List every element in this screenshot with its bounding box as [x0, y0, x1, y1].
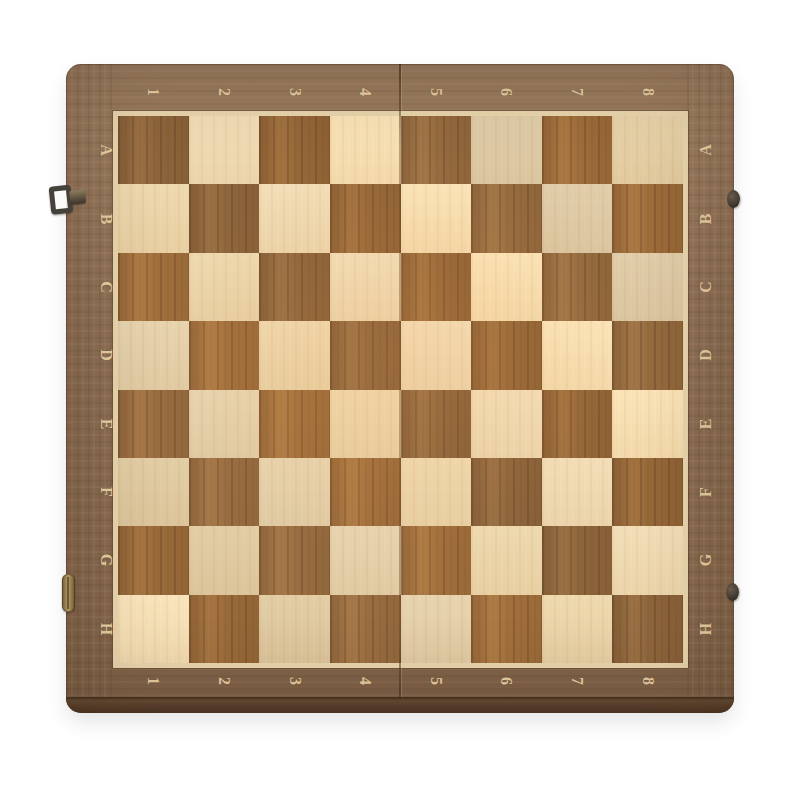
coord-bottom-5: 5 [428, 677, 444, 685]
square-E8 [612, 390, 683, 458]
square-F4 [330, 458, 401, 526]
square-H4 [330, 595, 401, 663]
square-E6 [471, 390, 542, 458]
square-B4 [330, 184, 401, 252]
coord-left-A: A [98, 144, 114, 156]
square-H8 [612, 595, 683, 663]
square-E1 [118, 390, 189, 458]
square-H3 [259, 595, 330, 663]
brass-hinge-icon [62, 574, 75, 612]
square-F2 [189, 458, 260, 526]
front-bevel-edge [66, 697, 734, 713]
coord-bottom-2: 2 [216, 677, 232, 685]
square-B5 [401, 184, 472, 252]
coord-top-1: 1 [145, 88, 161, 96]
square-G3 [259, 526, 330, 594]
coord-top-6: 6 [498, 88, 514, 96]
square-C4 [330, 253, 401, 321]
square-A2 [189, 116, 260, 184]
chessboard: 12345678 12345678 ABCDEFGH ABCDEFGH [66, 64, 734, 713]
square-B2 [189, 184, 260, 252]
coord-bottom-8: 8 [640, 677, 656, 685]
fold-seam-highlight [401, 66, 402, 711]
coord-right-G: G [698, 554, 714, 566]
square-C6 [471, 253, 542, 321]
rank-labels-right: ABCDEFGH [694, 116, 718, 663]
square-F6 [471, 458, 542, 526]
coord-right-C: C [698, 281, 714, 293]
coord-right-H: H [698, 623, 714, 635]
square-A7 [542, 116, 613, 184]
square-A3 [259, 116, 330, 184]
coord-bottom-3: 3 [287, 677, 303, 685]
square-B6 [471, 184, 542, 252]
coord-top-7: 7 [569, 88, 585, 96]
square-D7 [542, 321, 613, 389]
square-D3 [259, 321, 330, 389]
square-B3 [259, 184, 330, 252]
square-H6 [471, 595, 542, 663]
square-F1 [118, 458, 189, 526]
square-E7 [542, 390, 613, 458]
coord-top-3: 3 [287, 88, 303, 96]
coord-left-F: F [98, 487, 114, 497]
square-H1 [118, 595, 189, 663]
square-D6 [471, 321, 542, 389]
coord-top-8: 8 [640, 88, 656, 96]
square-G2 [189, 526, 260, 594]
latch-arm [69, 189, 86, 205]
coord-left-H: H [98, 623, 114, 635]
square-C5 [401, 253, 472, 321]
square-C7 [542, 253, 613, 321]
coord-left-E: E [98, 418, 114, 429]
square-F3 [259, 458, 330, 526]
square-E5 [401, 390, 472, 458]
coord-bottom-1: 1 [145, 677, 161, 685]
square-D8 [612, 321, 683, 389]
square-G1 [118, 526, 189, 594]
square-B7 [542, 184, 613, 252]
square-C3 [259, 253, 330, 321]
square-F7 [542, 458, 613, 526]
square-C2 [189, 253, 260, 321]
coord-right-B: B [698, 213, 714, 224]
square-G8 [612, 526, 683, 594]
coord-top-4: 4 [357, 88, 373, 96]
coord-bottom-7: 7 [569, 677, 585, 685]
square-E4 [330, 390, 401, 458]
coord-right-D: D [698, 350, 714, 362]
coord-left-C: C [98, 281, 114, 293]
coord-top-5: 5 [428, 88, 444, 96]
coord-left-D: D [98, 350, 114, 362]
square-A8 [612, 116, 683, 184]
product-photo: 12345678 12345678 ABCDEFGH ABCDEFGH [0, 0, 800, 800]
square-H7 [542, 595, 613, 663]
square-E2 [189, 390, 260, 458]
coord-bottom-6: 6 [498, 677, 514, 685]
hinge-pin-bottom-icon [726, 583, 739, 601]
square-D2 [189, 321, 260, 389]
square-A1 [118, 116, 189, 184]
square-A6 [471, 116, 542, 184]
coord-top-2: 2 [216, 88, 232, 96]
square-D1 [118, 321, 189, 389]
square-G5 [401, 526, 472, 594]
frame-right [687, 64, 734, 697]
square-B1 [118, 184, 189, 252]
coord-left-B: B [98, 213, 114, 224]
square-A4 [330, 116, 401, 184]
square-D5 [401, 321, 472, 389]
square-H2 [189, 595, 260, 663]
latch-clasp-icon [48, 181, 87, 219]
square-A5 [401, 116, 472, 184]
coord-left-G: G [98, 554, 114, 566]
coord-right-F: F [698, 487, 714, 497]
square-G4 [330, 526, 401, 594]
square-G6 [471, 526, 542, 594]
square-G7 [542, 526, 613, 594]
square-D4 [330, 321, 401, 389]
square-E3 [259, 390, 330, 458]
square-B8 [612, 184, 683, 252]
square-C1 [118, 253, 189, 321]
coord-right-A: A [698, 144, 714, 156]
square-C8 [612, 253, 683, 321]
square-F5 [401, 458, 472, 526]
square-H5 [401, 595, 472, 663]
coord-bottom-4: 4 [357, 677, 373, 685]
coord-right-E: E [698, 418, 714, 429]
hinge-pin-top-icon [727, 190, 740, 208]
square-F8 [612, 458, 683, 526]
